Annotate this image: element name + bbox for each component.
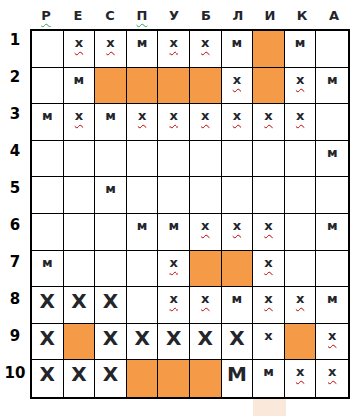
row-label-5: 5 <box>0 177 30 214</box>
row-label-3: 3 <box>0 103 30 140</box>
grid-cell-r7c6[interactable] <box>190 251 222 288</box>
grid-cell-r3c9[interactable]: х <box>285 104 317 141</box>
grid-cell-r8c8[interactable]: х <box>253 287 285 324</box>
cell-letter: Х <box>40 364 55 384</box>
cell-letter: х <box>328 329 336 342</box>
grid-cell-r8c6[interactable]: х <box>190 287 222 324</box>
cell-letter: х <box>170 36 178 49</box>
cell-letter: х <box>296 292 304 305</box>
board-grid: ххмххмммххммхмххххххммммхххммххХХХххмххм… <box>30 29 350 399</box>
column-header-letter-7: Л <box>222 2 254 28</box>
grid-cell-r10c10[interactable]: х <box>316 360 348 397</box>
grid-cell-r9c9[interactable] <box>285 324 317 361</box>
grid-cell-r7c1[interactable]: м <box>32 251 64 288</box>
cell-letter: х <box>75 109 83 122</box>
row-label-4: 4 <box>0 140 30 177</box>
cell-letter: м <box>327 219 338 232</box>
row-number-labels: 12345678910 <box>0 29 30 399</box>
cell-letter: м <box>74 73 85 86</box>
grid-cell-r1c2[interactable]: х <box>64 31 96 68</box>
cell-letter: х <box>264 256 272 269</box>
grid-cell-r6c7[interactable]: х <box>222 214 254 251</box>
cell-letter: х <box>75 36 83 49</box>
grid-cell-r3c4[interactable]: х <box>127 104 159 141</box>
cell-letter: х <box>201 36 209 49</box>
grid-cell-r3c5[interactable]: х <box>158 104 190 141</box>
row-label-8: 8 <box>0 288 30 325</box>
cell-letter: Х <box>40 328 55 348</box>
grid-cell-r6c9[interactable] <box>285 214 317 251</box>
cell-letter: м <box>42 109 53 122</box>
column-header-letter-4: П <box>126 2 158 28</box>
cell-letter: х <box>201 109 209 122</box>
grid-cell-r4c3[interactable] <box>95 141 127 178</box>
grid-cell-r5c2[interactable] <box>64 177 96 214</box>
grid-cell-r10c4[interactable] <box>127 360 159 397</box>
cell-letter: х <box>170 109 178 122</box>
grid-cell-r2c4[interactable] <box>127 68 159 105</box>
row-label-9: 9 <box>0 325 30 362</box>
cell-letter: х <box>170 292 178 305</box>
grid-cell-r8c7[interactable]: м <box>222 287 254 324</box>
grid-cell-r1c10[interactable] <box>316 31 348 68</box>
grid-cell-r9c6[interactable]: Х <box>190 324 222 361</box>
row-label-10: 10 <box>0 362 30 399</box>
grid-cell-r6c1[interactable] <box>32 214 64 251</box>
cell-letter: х <box>233 73 241 86</box>
cell-letter: м <box>137 36 148 49</box>
cell-letter: х <box>264 329 272 342</box>
column-header-letter-10: А <box>318 2 350 28</box>
cell-letter: м <box>327 73 338 86</box>
grid-cell-r5c9[interactable] <box>285 177 317 214</box>
grid-cell-r8c10[interactable]: м <box>316 287 348 324</box>
grid-cell-r10c9[interactable]: х <box>285 360 317 397</box>
header-letter-glyph: К <box>297 9 308 22</box>
grid-cell-r2c1[interactable] <box>32 68 64 105</box>
header-letter-glyph: Р <box>41 9 51 22</box>
grid-cell-r10c7[interactable]: М <box>222 360 254 397</box>
cell-letter: х <box>264 292 272 305</box>
cell-letter: х <box>233 109 241 122</box>
cell-letter: х <box>296 365 304 378</box>
cell-letter: м <box>42 256 53 269</box>
column-header-letter-8: И <box>254 2 286 28</box>
cell-letter: х <box>328 365 336 378</box>
grid-cell-r5c6[interactable] <box>190 177 222 214</box>
row-label-1: 1 <box>0 29 30 66</box>
grid-cell-r2c8[interactable] <box>253 68 285 105</box>
column-header-letter-5: У <box>158 2 190 28</box>
cell-letter: м <box>327 146 338 159</box>
row-label-2: 2 <box>0 66 30 103</box>
grid-cell-r1c1[interactable] <box>32 31 64 68</box>
cell-letter: Х <box>166 328 181 348</box>
grid-cell-r2c3[interactable] <box>95 68 127 105</box>
cell-letter: х <box>296 109 304 122</box>
header-letter-glyph: П <box>137 9 148 22</box>
cell-letter: х <box>138 109 146 122</box>
grid-cell-r8c9[interactable]: х <box>285 287 317 324</box>
grid-cell-r1c9[interactable]: м <box>285 31 317 68</box>
cell-letter: Х <box>229 328 244 348</box>
cell-letter: М <box>227 364 247 384</box>
cell-letter: х <box>264 219 272 232</box>
cell-letter: х <box>201 219 209 232</box>
grid-cell-r9c7[interactable]: Х <box>222 324 254 361</box>
row-label-7: 7 <box>0 251 30 288</box>
grid-cell-r5c5[interactable] <box>158 177 190 214</box>
grid-cell-r7c7[interactable] <box>222 251 254 288</box>
cell-letter: Х <box>40 291 55 311</box>
grid-cell-r6c10[interactable]: м <box>316 214 348 251</box>
cell-letter: м <box>327 292 338 305</box>
grid-cell-r8c1[interactable]: Х <box>32 287 64 324</box>
grid-cell-r2c9[interactable]: х <box>285 68 317 105</box>
grid-cell-r6c6[interactable]: х <box>190 214 222 251</box>
grid-cell-r5c10[interactable] <box>316 177 348 214</box>
grid-cell-r3c8[interactable]: х <box>253 104 285 141</box>
grid-cell-r1c7[interactable]: м <box>222 31 254 68</box>
grid-cell-r5c4[interactable] <box>127 177 159 214</box>
grid-cell-r1c3[interactable]: х <box>95 31 127 68</box>
grid-cell-r6c8[interactable]: х <box>253 214 285 251</box>
header-letter-glyph: С <box>105 9 115 22</box>
grid-cell-r10c2[interactable]: Х <box>64 360 96 397</box>
grid-cell-r3c10[interactable] <box>316 104 348 141</box>
cell-letter: м <box>105 182 116 195</box>
grid-cell-r7c10[interactable] <box>316 251 348 288</box>
grid-cell-r4c8[interactable] <box>253 141 285 178</box>
partial-peach-cell <box>253 399 286 416</box>
grid-cell-r3c1[interactable]: м <box>32 104 64 141</box>
row-label-6: 6 <box>0 214 30 251</box>
header-letter-glyph: Е <box>74 9 83 22</box>
grid-cell-r9c4[interactable]: Х <box>127 324 159 361</box>
cell-letter: х <box>106 36 114 49</box>
grid-cell-r2c6[interactable] <box>190 68 222 105</box>
grid-cell-r8c3[interactable]: Х <box>95 287 127 324</box>
grid-cell-r9c3[interactable]: Х <box>95 324 127 361</box>
grid-cell-r6c3[interactable] <box>95 214 127 251</box>
grid-cell-r9c10[interactable]: х <box>316 324 348 361</box>
cell-letter: х <box>296 73 304 86</box>
grid-cell-r5c8[interactable] <box>253 177 285 214</box>
cell-letter: х <box>233 219 241 232</box>
grid-cell-r5c3[interactable]: м <box>95 177 127 214</box>
cell-letter: Х <box>71 364 86 384</box>
cell-letter: м <box>232 292 243 305</box>
column-header-word: РЕСПУБЛИКА <box>30 2 350 28</box>
grid-cell-r10c6[interactable] <box>190 360 222 397</box>
grid-cell-r10c1[interactable]: Х <box>32 360 64 397</box>
grid-cell-r5c7[interactable] <box>222 177 254 214</box>
grid-cell-r8c4[interactable] <box>127 287 159 324</box>
column-header-letter-9: К <box>286 2 318 28</box>
cell-letter: м <box>232 36 243 49</box>
grid-cell-r3c7[interactable]: х <box>222 104 254 141</box>
grid-cell-r10c5[interactable] <box>158 360 190 397</box>
grid-cell-r2c7[interactable]: х <box>222 68 254 105</box>
grid-cell-r1c6[interactable]: х <box>190 31 222 68</box>
grid-cell-r6c5[interactable]: м <box>158 214 190 251</box>
grid-cell-r1c5[interactable]: х <box>158 31 190 68</box>
grid-cell-r4c10[interactable]: м <box>316 141 348 178</box>
grid-cell-r4c4[interactable] <box>127 141 159 178</box>
grid-cell-r4c1[interactable] <box>32 141 64 178</box>
grid-cell-r3c3[interactable]: м <box>95 104 127 141</box>
grid-cell-r9c8[interactable]: х <box>253 324 285 361</box>
grid-cell-r7c3[interactable] <box>95 251 127 288</box>
grid-cell-r5c1[interactable] <box>32 177 64 214</box>
grid-cell-r4c7[interactable] <box>222 141 254 178</box>
cell-letter: Х <box>103 291 118 311</box>
grid-cell-r4c6[interactable] <box>190 141 222 178</box>
grid-cell-r6c4[interactable]: м <box>127 214 159 251</box>
cell-letter: м <box>263 365 274 378</box>
header-letter-glyph: У <box>169 9 179 22</box>
grid-cell-r4c2[interactable] <box>64 141 96 178</box>
cell-letter: м <box>137 219 148 232</box>
cell-letter: Х <box>71 291 86 311</box>
cell-letter: м <box>105 109 116 122</box>
cell-letter: Х <box>198 328 213 348</box>
grid-cell-r7c5[interactable]: х <box>158 251 190 288</box>
grid-cell-r9c1[interactable]: Х <box>32 324 64 361</box>
grid-cell-r9c2[interactable] <box>64 324 96 361</box>
grid-cell-r8c2[interactable]: Х <box>64 287 96 324</box>
header-letter-glyph: И <box>265 9 276 22</box>
grid-cell-r10c8[interactable]: м <box>253 360 285 397</box>
grid-cell-r8c5[interactable]: х <box>158 287 190 324</box>
grid-cell-r1c8[interactable] <box>253 31 285 68</box>
cell-letter: Х <box>103 364 118 384</box>
grid-cell-r7c9[interactable] <box>285 251 317 288</box>
cell-letter: Х <box>103 328 118 348</box>
cell-letter: х <box>201 292 209 305</box>
grid-cell-r2c10[interactable]: м <box>316 68 348 105</box>
column-header-letter-2: Е <box>62 2 94 28</box>
column-header-letter-1: Р <box>30 2 62 28</box>
grid-cell-r7c8[interactable]: х <box>253 251 285 288</box>
header-letter-glyph: Л <box>233 9 244 22</box>
header-letter-glyph: Б <box>201 9 211 22</box>
column-header-letter-6: Б <box>190 2 222 28</box>
grid-cell-r3c6[interactable]: х <box>190 104 222 141</box>
cell-letter: Х <box>134 328 149 348</box>
column-header-letter-3: С <box>94 2 126 28</box>
grid-cell-r3c2[interactable]: х <box>64 104 96 141</box>
cell-letter: х <box>264 109 272 122</box>
grid-cell-r4c5[interactable] <box>158 141 190 178</box>
cell-letter: м <box>295 36 306 49</box>
puzzle-sheet: РЕСПУБЛИКА 12345678910 ххмххмммххммхмххх… <box>0 0 356 416</box>
grid-cell-r2c2[interactable]: м <box>64 68 96 105</box>
grid-cell-r7c2[interactable] <box>64 251 96 288</box>
cell-letter: х <box>170 256 178 269</box>
grid-cell-r7c4[interactable] <box>127 251 159 288</box>
grid-cell-r9c5[interactable]: Х <box>158 324 190 361</box>
header-letter-glyph: А <box>329 9 339 22</box>
grid-cell-r10c3[interactable]: Х <box>95 360 127 397</box>
grid-cell-r6c2[interactable] <box>64 214 96 251</box>
grid-cell-r4c9[interactable] <box>285 141 317 178</box>
cell-letter: м <box>168 219 179 232</box>
grid-cell-r1c4[interactable]: м <box>127 31 159 68</box>
grid-cell-r2c5[interactable] <box>158 68 190 105</box>
